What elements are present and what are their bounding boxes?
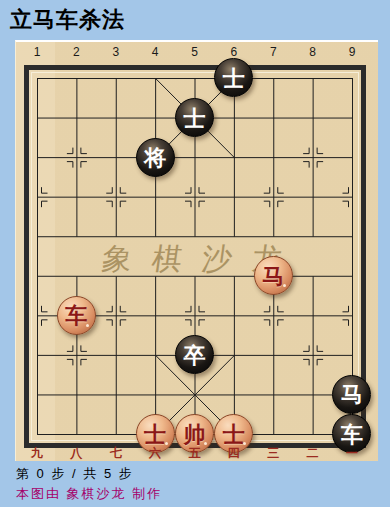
bottom-label: 五 [175,445,214,461]
bottom-label: 八 [57,445,96,461]
black-general[interactable]: 将 [136,138,175,177]
page-title: 立马车杀法 [10,5,125,35]
board-panel: 123456789 象棋沙龙 士士将马车卒马车士帅士 九八七六五四三二一 [15,40,378,461]
red-horse[interactable]: 马 [254,256,293,295]
bottom-coordinates: 九八七六五四三二一 [17,445,371,461]
black-horse[interactable]: 马 [332,375,371,414]
black-soldier[interactable]: 卒 [175,335,214,374]
black-advisor[interactable]: 士 [175,98,214,137]
bottom-label: 三 [254,445,293,461]
bottom-label: 七 [96,445,135,461]
credit-line: 本图由 象棋沙龙 制作 [16,485,162,503]
move-counter: 第 0 步 / 共 5 步 [16,465,134,483]
bottom-label: 六 [135,445,174,461]
black-advisor[interactable]: 士 [214,58,253,97]
red-chariot[interactable]: 车 [57,296,96,335]
bottom-label: 九 [17,445,56,461]
bottom-label: 一 [332,445,371,461]
xiangqi-app: 立马车杀法 123456789 象棋沙龙 士士将马车卒马车士帅士 九八七六五四三… [0,0,390,507]
bottom-label: 二 [293,445,332,461]
xiangqi-board[interactable]: 士士将马车卒马车士帅士 [17,58,371,453]
bottom-label: 四 [214,445,253,461]
